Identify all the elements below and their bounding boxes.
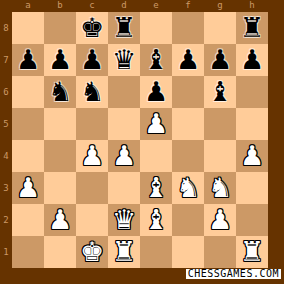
piece-white-rook-d1[interactable]: ♜ <box>108 236 140 268</box>
file-label-b: b <box>44 0 76 12</box>
square-a6[interactable] <box>12 76 44 108</box>
square-b6[interactable]: ♞ <box>44 76 76 108</box>
square-h7[interactable]: ♟ <box>236 44 268 76</box>
square-d5[interactable] <box>108 108 140 140</box>
piece-black-knight-c6[interactable]: ♞ <box>76 76 108 108</box>
chess-board[interactable]: ♚♜♜♟♟♟♛♝♟♟♟♞♞♟♝♟♟♟♟♟♝♞♞♟♛♝♟♚♜♜ <box>12 12 268 268</box>
square-a3[interactable]: ♟ <box>12 172 44 204</box>
square-d3[interactable] <box>108 172 140 204</box>
piece-black-knight-b6[interactable]: ♞ <box>44 76 76 108</box>
square-f4[interactable] <box>172 140 204 172</box>
square-c7[interactable]: ♟ <box>76 44 108 76</box>
square-g6[interactable]: ♝ <box>204 76 236 108</box>
piece-white-bishop-e2[interactable]: ♝ <box>140 204 172 236</box>
square-c4[interactable]: ♟ <box>76 140 108 172</box>
square-d7[interactable]: ♛ <box>108 44 140 76</box>
square-e1[interactable] <box>140 236 172 268</box>
piece-black-bishop-g6[interactable]: ♝ <box>204 76 236 108</box>
watermark: CHESSGAMES.COM <box>186 269 281 279</box>
square-g2[interactable]: ♟ <box>204 204 236 236</box>
square-e5[interactable]: ♟ <box>140 108 172 140</box>
square-b7[interactable]: ♟ <box>44 44 76 76</box>
rank-label-6: 6 <box>0 76 12 108</box>
piece-black-pawn-g7[interactable]: ♟ <box>204 44 236 76</box>
square-e3[interactable]: ♝ <box>140 172 172 204</box>
piece-black-bishop-e7[interactable]: ♝ <box>140 44 172 76</box>
piece-black-rook-h8[interactable]: ♜ <box>236 12 268 44</box>
square-h8[interactable]: ♜ <box>236 12 268 44</box>
rank-label-2: 2 <box>0 204 12 236</box>
square-e6[interactable]: ♟ <box>140 76 172 108</box>
file-label-c: c <box>76 0 108 12</box>
square-f1[interactable] <box>172 236 204 268</box>
square-d8[interactable]: ♜ <box>108 12 140 44</box>
square-c2[interactable] <box>76 204 108 236</box>
square-a5[interactable] <box>12 108 44 140</box>
square-b1[interactable] <box>44 236 76 268</box>
square-c5[interactable] <box>76 108 108 140</box>
piece-white-pawn-d4[interactable]: ♟ <box>108 140 140 172</box>
square-e2[interactable]: ♝ <box>140 204 172 236</box>
rank-labels: 8 7 6 5 4 3 2 1 <box>0 12 12 268</box>
square-g3[interactable]: ♞ <box>204 172 236 204</box>
piece-black-king-c8[interactable]: ♚ <box>76 12 108 44</box>
file-label-g: g <box>204 0 236 12</box>
piece-black-queen-d7[interactable]: ♛ <box>108 44 140 76</box>
square-f8[interactable] <box>172 12 204 44</box>
piece-white-pawn-c4[interactable]: ♟ <box>76 140 108 172</box>
piece-white-king-c1[interactable]: ♚ <box>76 236 108 268</box>
square-g1[interactable] <box>204 236 236 268</box>
square-a1[interactable] <box>12 236 44 268</box>
square-b4[interactable] <box>44 140 76 172</box>
piece-white-rook-h1[interactable]: ♜ <box>236 236 268 268</box>
piece-white-pawn-g2[interactable]: ♟ <box>204 204 236 236</box>
piece-white-pawn-a3[interactable]: ♟ <box>12 172 44 204</box>
rank-label-5: 5 <box>0 108 12 140</box>
square-d1[interactable]: ♜ <box>108 236 140 268</box>
square-h3[interactable] <box>236 172 268 204</box>
chess-diagram: a b c d e f g h 8 7 6 5 4 3 2 1 ♚♜♜♟♟♟♛♝… <box>0 0 284 284</box>
square-e4[interactable] <box>140 140 172 172</box>
piece-white-queen-d2[interactable]: ♛ <box>108 204 140 236</box>
file-label-h: h <box>236 0 268 12</box>
square-f3[interactable]: ♞ <box>172 172 204 204</box>
square-f5[interactable] <box>172 108 204 140</box>
square-h5[interactable] <box>236 108 268 140</box>
piece-black-pawn-c7[interactable]: ♟ <box>76 44 108 76</box>
piece-black-pawn-b7[interactable]: ♟ <box>44 44 76 76</box>
piece-white-bishop-e3[interactable]: ♝ <box>140 172 172 204</box>
square-a7[interactable]: ♟ <box>12 44 44 76</box>
piece-black-pawn-a7[interactable]: ♟ <box>12 44 44 76</box>
piece-white-pawn-h4[interactable]: ♟ <box>236 140 268 172</box>
square-c8[interactable]: ♚ <box>76 12 108 44</box>
square-e7[interactable]: ♝ <box>140 44 172 76</box>
rank-label-3: 3 <box>0 172 12 204</box>
square-a2[interactable] <box>12 204 44 236</box>
square-h1[interactable]: ♜ <box>236 236 268 268</box>
square-b5[interactable] <box>44 108 76 140</box>
square-g7[interactable]: ♟ <box>204 44 236 76</box>
square-a8[interactable] <box>12 12 44 44</box>
file-label-a: a <box>12 0 44 12</box>
piece-white-pawn-e5[interactable]: ♟ <box>140 108 172 140</box>
rank-label-7: 7 <box>0 44 12 76</box>
square-b8[interactable] <box>44 12 76 44</box>
square-c6[interactable]: ♞ <box>76 76 108 108</box>
square-d6[interactable] <box>108 76 140 108</box>
piece-white-knight-f3[interactable]: ♞ <box>172 172 204 204</box>
rank-label-1: 1 <box>0 236 12 268</box>
piece-black-pawn-h7[interactable]: ♟ <box>236 44 268 76</box>
square-b2[interactable]: ♟ <box>44 204 76 236</box>
square-g5[interactable] <box>204 108 236 140</box>
file-labels: a b c d e f g h <box>12 0 268 12</box>
square-c1[interactable]: ♚ <box>76 236 108 268</box>
square-g8[interactable] <box>204 12 236 44</box>
square-d2[interactable]: ♛ <box>108 204 140 236</box>
square-h6[interactable] <box>236 76 268 108</box>
file-label-e: e <box>140 0 172 12</box>
file-label-f: f <box>172 0 204 12</box>
rank-label-4: 4 <box>0 140 12 172</box>
square-f6[interactable] <box>172 76 204 108</box>
square-e8[interactable] <box>140 12 172 44</box>
square-b3[interactable] <box>44 172 76 204</box>
piece-black-pawn-e6[interactable]: ♟ <box>140 76 172 108</box>
square-h4[interactable]: ♟ <box>236 140 268 172</box>
square-g4[interactable] <box>204 140 236 172</box>
square-c3[interactable] <box>76 172 108 204</box>
square-f2[interactable] <box>172 204 204 236</box>
piece-white-knight-g3[interactable]: ♞ <box>204 172 236 204</box>
square-d4[interactable]: ♟ <box>108 140 140 172</box>
square-a4[interactable] <box>12 140 44 172</box>
rank-label-8: 8 <box>0 12 12 44</box>
square-h2[interactable] <box>236 204 268 236</box>
file-label-d: d <box>108 0 140 12</box>
piece-white-pawn-b2[interactable]: ♟ <box>44 204 76 236</box>
piece-black-rook-d8[interactable]: ♜ <box>108 12 140 44</box>
piece-black-pawn-f7[interactable]: ♟ <box>172 44 204 76</box>
square-f7[interactable]: ♟ <box>172 44 204 76</box>
